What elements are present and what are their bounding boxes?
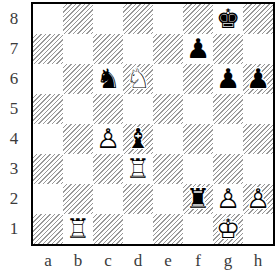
file-label: c xyxy=(93,248,123,276)
piece-glyph: ♚ xyxy=(213,4,243,34)
square-h4[interactable] xyxy=(243,124,273,154)
square-f6[interactable] xyxy=(183,64,213,94)
square-a4[interactable] xyxy=(33,124,63,154)
file-labels: abcdefgh xyxy=(33,248,273,276)
file-label: g xyxy=(213,248,243,276)
piece-glyph: ♖ xyxy=(63,214,93,244)
square-g6[interactable]: ♟ xyxy=(213,64,243,94)
piece-glyph: ♔ xyxy=(213,214,243,244)
square-c6[interactable]: ♞ xyxy=(93,64,123,94)
file-label: e xyxy=(153,248,183,276)
square-a1[interactable] xyxy=(33,214,63,244)
square-d1[interactable] xyxy=(123,214,153,244)
rank-label: 6 xyxy=(2,64,26,94)
square-d4[interactable]: ♝ xyxy=(123,124,153,154)
white-knight: ♞♘ xyxy=(123,64,153,94)
square-e4[interactable] xyxy=(153,124,183,154)
white-pawn: ♟♙ xyxy=(93,124,123,154)
black-bishop: ♝ xyxy=(123,124,153,154)
square-e3[interactable] xyxy=(153,154,183,184)
square-g4[interactable] xyxy=(213,124,243,154)
square-b4[interactable] xyxy=(63,124,93,154)
file-label: a xyxy=(33,248,63,276)
black-pawn: ♟ xyxy=(243,64,273,94)
piece-glyph: ♙ xyxy=(93,124,123,154)
square-c7[interactable] xyxy=(93,34,123,64)
white-rook: ♜♖ xyxy=(63,214,93,244)
file-label: d xyxy=(123,248,153,276)
square-c1[interactable] xyxy=(93,214,123,244)
square-h8[interactable] xyxy=(243,4,273,34)
square-c5[interactable] xyxy=(93,94,123,124)
rank-label: 2 xyxy=(2,184,26,214)
square-f7[interactable]: ♟ xyxy=(183,34,213,64)
file-label: b xyxy=(63,248,93,276)
square-f8[interactable] xyxy=(183,4,213,34)
piece-glyph: ♝ xyxy=(123,124,153,154)
black-rook: ♜ xyxy=(183,184,213,214)
black-pawn: ♟ xyxy=(183,34,213,64)
square-b3[interactable] xyxy=(63,154,93,184)
chess-diagram: 87654321 ♚♟♞♞♘♟♟♟♙♝♜♖♜♟♙♟♙♜♖♚♔ abcdefgh xyxy=(0,0,278,280)
white-pawn: ♟♙ xyxy=(243,184,273,214)
rank-label: 8 xyxy=(2,4,26,34)
white-pawn: ♟♙ xyxy=(213,184,243,214)
piece-glyph: ♖ xyxy=(123,154,153,184)
square-d8[interactable] xyxy=(123,4,153,34)
square-e7[interactable] xyxy=(153,34,183,64)
chess-board: ♚♟♞♞♘♟♟♟♙♝♜♖♜♟♙♟♙♜♖♚♔ xyxy=(31,2,275,246)
square-d7[interactable] xyxy=(123,34,153,64)
square-e8[interactable] xyxy=(153,4,183,34)
square-g3[interactable] xyxy=(213,154,243,184)
piece-glyph: ♙ xyxy=(243,184,273,214)
square-a3[interactable] xyxy=(33,154,63,184)
square-b6[interactable] xyxy=(63,64,93,94)
square-e6[interactable] xyxy=(153,64,183,94)
square-f3[interactable] xyxy=(183,154,213,184)
square-b5[interactable] xyxy=(63,94,93,124)
square-a5[interactable] xyxy=(33,94,63,124)
square-d2[interactable] xyxy=(123,184,153,214)
square-h6[interactable]: ♟ xyxy=(243,64,273,94)
piece-glyph: ♙ xyxy=(213,184,243,214)
square-d3[interactable]: ♜♖ xyxy=(123,154,153,184)
square-c2[interactable] xyxy=(93,184,123,214)
black-king: ♚ xyxy=(213,4,243,34)
square-a7[interactable] xyxy=(33,34,63,64)
piece-glyph: ♘ xyxy=(123,64,153,94)
square-f1[interactable] xyxy=(183,214,213,244)
square-b7[interactable] xyxy=(63,34,93,64)
black-knight: ♞ xyxy=(93,64,123,94)
piece-glyph: ♜ xyxy=(183,184,213,214)
square-a6[interactable] xyxy=(33,64,63,94)
white-rook: ♜♖ xyxy=(123,154,153,184)
square-g5[interactable] xyxy=(213,94,243,124)
square-d6[interactable]: ♞♘ xyxy=(123,64,153,94)
rank-label: 4 xyxy=(2,124,26,154)
rank-label: 5 xyxy=(2,94,26,124)
square-f2[interactable]: ♜ xyxy=(183,184,213,214)
file-label: h xyxy=(243,248,273,276)
white-king: ♚♔ xyxy=(213,214,243,244)
square-c4[interactable]: ♟♙ xyxy=(93,124,123,154)
black-pawn: ♟ xyxy=(213,64,243,94)
rank-label: 3 xyxy=(2,154,26,184)
square-g8[interactable]: ♚ xyxy=(213,4,243,34)
rank-label: 7 xyxy=(2,34,26,64)
square-g7[interactable] xyxy=(213,34,243,64)
square-g1[interactable]: ♚♔ xyxy=(213,214,243,244)
piece-glyph: ♟ xyxy=(183,34,213,64)
rank-labels: 87654321 xyxy=(2,4,26,244)
square-e5[interactable] xyxy=(153,94,183,124)
square-c8[interactable] xyxy=(93,4,123,34)
piece-glyph: ♟ xyxy=(243,64,273,94)
square-h2[interactable]: ♟♙ xyxy=(243,184,273,214)
square-b1[interactable]: ♜♖ xyxy=(63,214,93,244)
square-b2[interactable] xyxy=(63,184,93,214)
square-b8[interactable] xyxy=(63,4,93,34)
square-h1[interactable] xyxy=(243,214,273,244)
square-e1[interactable] xyxy=(153,214,183,244)
square-f5[interactable] xyxy=(183,94,213,124)
square-h5[interactable] xyxy=(243,94,273,124)
square-a8[interactable] xyxy=(33,4,63,34)
square-a2[interactable] xyxy=(33,184,63,214)
square-f4[interactable] xyxy=(183,124,213,154)
piece-glyph: ♟ xyxy=(213,64,243,94)
square-h3[interactable] xyxy=(243,154,273,184)
square-e2[interactable] xyxy=(153,184,183,214)
file-label: f xyxy=(183,248,213,276)
square-d5[interactable] xyxy=(123,94,153,124)
piece-glyph: ♞ xyxy=(93,64,123,94)
square-h7[interactable] xyxy=(243,34,273,64)
square-g2[interactable]: ♟♙ xyxy=(213,184,243,214)
square-c3[interactable] xyxy=(93,154,123,184)
rank-label: 1 xyxy=(2,214,26,244)
